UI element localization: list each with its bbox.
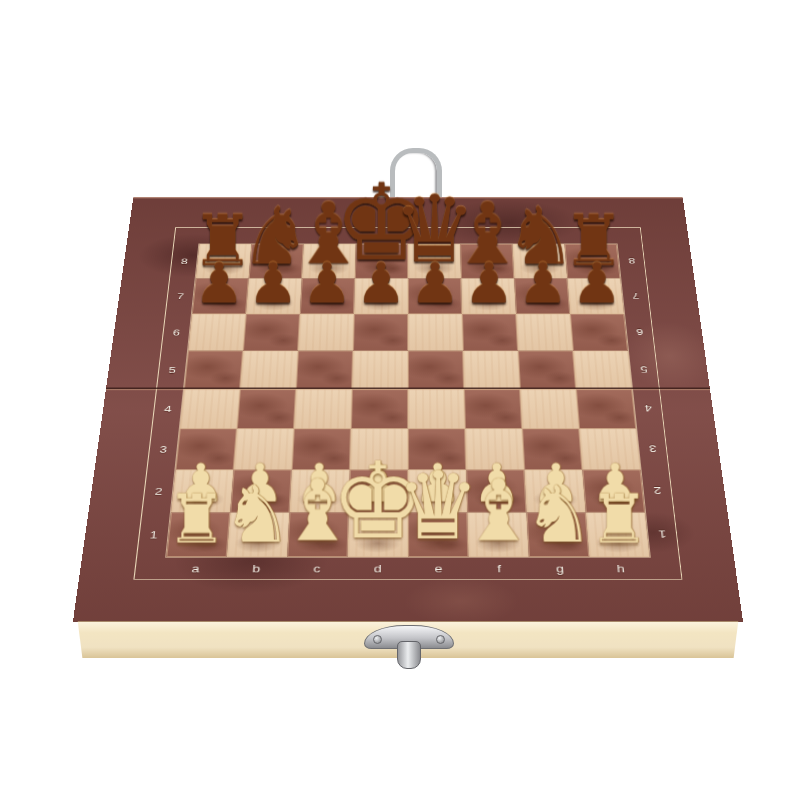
rank-right-label-1: 1 — [645, 512, 680, 556]
piece-white-knight[interactable]: ♞ — [524, 475, 595, 554]
square-g1[interactable]: ♞ — [527, 512, 590, 556]
square-g6[interactable] — [516, 314, 573, 351]
file-label-d: d — [347, 557, 408, 580]
square-c7[interactable]: ♟ — [300, 278, 355, 314]
square-e5[interactable] — [408, 351, 464, 389]
screw-icon — [373, 635, 382, 644]
piece-white-rook[interactable]: ♜ — [589, 486, 650, 554]
square-a4[interactable] — [180, 389, 240, 429]
piece-black-pawn[interactable]: ♟ — [464, 255, 514, 311]
square-b7[interactable]: ♟ — [246, 278, 302, 314]
square-d5[interactable] — [352, 351, 408, 389]
screw-icon — [436, 635, 445, 644]
square-a7[interactable]: ♟ — [192, 278, 249, 314]
square-h6[interactable] — [570, 314, 628, 351]
square-d6[interactable] — [353, 314, 408, 351]
piece-black-pawn[interactable]: ♟ — [356, 255, 406, 311]
square-g5[interactable] — [518, 351, 576, 389]
square-g4[interactable] — [520, 389, 579, 429]
square-c6[interactable] — [298, 314, 354, 351]
square-a5[interactable] — [184, 351, 243, 389]
rank-right-label-7: 7 — [620, 278, 651, 314]
piece-white-rook[interactable]: ♜ — [166, 486, 227, 554]
square-h5[interactable] — [573, 351, 632, 389]
file-label-a: a — [164, 557, 227, 580]
clasp-latch-knob — [397, 641, 421, 669]
square-g7[interactable]: ♟ — [514, 278, 570, 314]
scene: 87654321 87654321 abcdefgh ♜♞♝♚♛♝♞♜♟♟♟♟♟… — [0, 0, 800, 800]
file-label-f: f — [468, 557, 530, 580]
rank-right-label-8: 8 — [617, 244, 647, 278]
piece-black-pawn[interactable]: ♟ — [572, 255, 622, 311]
piece-black-pawn[interactable]: ♟ — [410, 255, 460, 311]
board-case: 87654321 87654321 abcdefgh ♜♞♝♚♛♝♞♜♟♟♟♟♟… — [73, 198, 743, 622]
square-e4[interactable] — [408, 389, 465, 429]
square-e6[interactable] — [408, 314, 463, 351]
square-c4[interactable] — [294, 389, 352, 429]
square-e7[interactable]: ♟ — [408, 278, 462, 314]
rank-right-label-3: 3 — [636, 429, 669, 470]
square-h4[interactable] — [576, 389, 636, 429]
file-label-b: b — [225, 557, 287, 580]
square-b5[interactable] — [240, 351, 298, 389]
rank-right-label-6: 6 — [624, 314, 655, 351]
square-h1[interactable]: ♜ — [586, 512, 650, 556]
square-d4[interactable] — [351, 389, 408, 429]
piece-black-pawn[interactable]: ♟ — [194, 255, 244, 311]
square-b4[interactable] — [237, 389, 296, 429]
square-c5[interactable] — [296, 351, 353, 389]
file-label-h: h — [589, 557, 652, 580]
square-a1[interactable]: ♜ — [166, 512, 230, 556]
square-h7[interactable]: ♟ — [567, 278, 624, 314]
square-b6[interactable] — [243, 314, 300, 351]
square-d7[interactable]: ♟ — [354, 278, 408, 314]
piece-black-pawn[interactable]: ♟ — [518, 255, 568, 311]
square-f7[interactable]: ♟ — [461, 278, 516, 314]
file-labels-bottom: abcdefgh — [164, 557, 652, 580]
square-f6[interactable] — [462, 314, 518, 351]
piece-black-pawn[interactable]: ♟ — [302, 255, 352, 311]
file-label-e: e — [408, 557, 469, 580]
square-f5[interactable] — [463, 351, 520, 389]
square-f1[interactable]: ♝ — [467, 512, 529, 556]
file-label-c: c — [286, 557, 348, 580]
rank-right-label-5: 5 — [628, 351, 660, 389]
rank-right-label-4: 4 — [632, 389, 665, 429]
piece-black-pawn[interactable]: ♟ — [248, 255, 298, 311]
chess-board: ♜♞♝♚♛♝♞♜♟♟♟♟♟♟♟♟♟♟♟♟♟♟♟♟♜♞♝♚♛♝♞♜ — [165, 243, 651, 557]
square-a6[interactable] — [188, 314, 246, 351]
file-label-g: g — [529, 557, 591, 580]
square-f4[interactable] — [464, 389, 522, 429]
